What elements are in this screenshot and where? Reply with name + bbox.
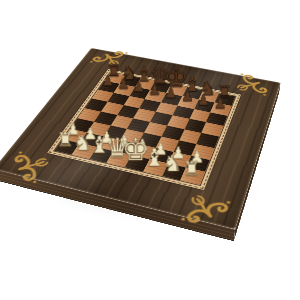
chess-board: ♜♞♝♛♚♝♞♜♟♟♟♟♟♟♟♟♟♟♟♟♟♟♟♟♜♞♝♛♚♝♞♜ xyxy=(0,48,281,230)
board-frame: ♜♞♝♛♚♝♞♜♟♟♟♟♟♟♟♟♟♟♟♟♟♟♟♟♜♞♝♛♚♝♞♜ xyxy=(0,48,281,230)
board-inlay-border: ♜♞♝♛♚♝♞♜♟♟♟♟♟♟♟♟♟♟♟♟♟♟♟♟♜♞♝♛♚♝♞♜ xyxy=(47,69,241,190)
square-h6 xyxy=(206,112,227,126)
chess-grid: ♜♞♝♛♚♝♞♜♟♟♟♟♟♟♟♟♟♟♟♟♟♟♟♟♜♞♝♛♚♝♞♜ xyxy=(54,72,235,185)
piece-white-rook: ♜ xyxy=(173,159,211,179)
square-c4 xyxy=(110,115,133,129)
piece-black-pawn: ♟ xyxy=(204,96,237,111)
square-g6 xyxy=(189,109,211,123)
scene: ♜♞♝♛♚♝♞♜♟♟♟♟♟♟♟♟♟♟♟♟♟♟♟♟♜♞♝♛♚♝♞♜ xyxy=(0,0,300,300)
product-photo: ♜♞♝♛♚♝♞♜♟♟♟♟♟♟♟♟♟♟♟♟♟♟♟♟♜♞♝♛♚♝♞♜ xyxy=(0,0,300,300)
square-h1: ♜ xyxy=(181,168,205,185)
square-h7: ♟ xyxy=(211,102,232,115)
